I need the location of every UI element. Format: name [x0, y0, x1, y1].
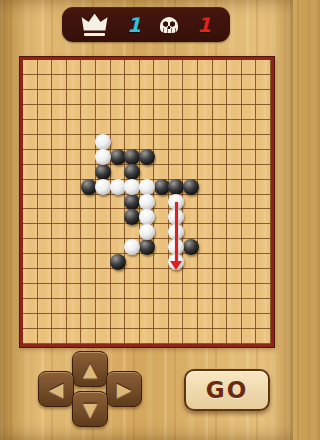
- go-button-label: GO: [206, 377, 248, 403]
- black-stone: [124, 209, 140, 225]
- up-arrow-icon: ▲: [83, 360, 98, 379]
- black-stone: [183, 239, 199, 255]
- black-stone: [95, 164, 111, 180]
- black-stone: [139, 149, 155, 165]
- black-stone: [124, 149, 140, 165]
- go-button[interactable]: GO: [184, 369, 270, 411]
- down-arrow-icon: ▼: [83, 400, 98, 419]
- white-stone: [139, 194, 155, 210]
- up-button[interactable]: ▲: [72, 351, 108, 387]
- black-stone: [110, 254, 126, 270]
- gomoku-app: { "game": "gomoku", "score_bar": { "whit…: [0, 0, 293, 440]
- black-stone: [183, 179, 199, 195]
- right-button[interactable]: ▶: [106, 371, 142, 407]
- left-arrow-icon: ◀: [49, 380, 64, 399]
- white-stone: [110, 179, 126, 195]
- white-stone: [95, 134, 111, 150]
- white-stone: [139, 224, 155, 240]
- win-arrow-line: [175, 202, 178, 262]
- crown-icon: [81, 14, 108, 36]
- black-stone: [81, 179, 97, 195]
- score-bar: 1 1: [62, 7, 230, 42]
- left-button[interactable]: ◀: [38, 371, 74, 407]
- right-arrow-icon: ▶: [117, 380, 132, 399]
- black-stone: [154, 179, 170, 195]
- black-stone: [110, 149, 126, 165]
- black-stone: [124, 194, 140, 210]
- black-stone: [168, 179, 184, 195]
- white-stone: [139, 179, 155, 195]
- black-stone: [124, 164, 140, 180]
- white-score: 1: [127, 13, 141, 37]
- black-score: 1: [197, 13, 211, 37]
- black-stone: [139, 239, 155, 255]
- skull-icon: [160, 17, 178, 33]
- white-stone: [139, 209, 155, 225]
- white-stone: [95, 149, 111, 165]
- white-stone: [95, 179, 111, 195]
- white-stone: [124, 239, 140, 255]
- gomoku-board[interactable]: [20, 57, 274, 347]
- down-button[interactable]: ▼: [72, 391, 108, 427]
- white-stone: [124, 179, 140, 195]
- win-arrow-head-icon: [170, 261, 182, 270]
